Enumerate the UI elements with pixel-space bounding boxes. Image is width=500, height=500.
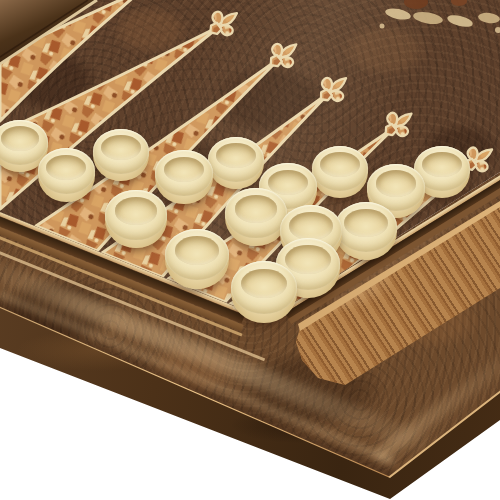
checker-top-face <box>93 129 149 174</box>
checker-top-face <box>155 150 213 196</box>
checkers-layer <box>0 0 500 500</box>
checker-concave-dish <box>344 209 387 237</box>
checker-top-face <box>165 229 229 280</box>
checker-concave-dish <box>235 195 278 223</box>
checker-concave-dish <box>115 197 158 225</box>
checker-concave-dish <box>422 152 461 177</box>
checker-ivory <box>38 148 95 201</box>
checker-ivory <box>93 129 149 181</box>
checker-concave-dish <box>164 157 204 183</box>
checker-concave-dish <box>289 212 332 240</box>
checker-top-face <box>335 202 397 252</box>
checker-concave-dish <box>1 126 40 151</box>
checker-top-face <box>38 148 95 194</box>
checker-top-face <box>105 190 166 239</box>
checker-concave-dish <box>101 135 140 160</box>
checker-ivory <box>165 229 229 288</box>
checker-concave-dish <box>376 170 417 196</box>
checker-top-face <box>312 146 368 191</box>
checker-ivory <box>335 202 397 260</box>
checker-concave-dish <box>241 269 287 299</box>
checker-top-face <box>208 137 264 182</box>
product-photo <box>0 0 500 500</box>
checker-top-face <box>225 188 286 237</box>
checker-ivory <box>208 137 264 189</box>
checker-ivory <box>105 190 166 247</box>
checker-concave-dish <box>175 236 220 265</box>
checker-concave-dish <box>320 152 359 177</box>
checker-ivory <box>312 146 368 199</box>
checker-concave-dish <box>46 155 86 181</box>
checker-top-face <box>231 261 297 314</box>
checker-ivory <box>231 261 297 323</box>
checker-concave-dish <box>216 143 255 168</box>
